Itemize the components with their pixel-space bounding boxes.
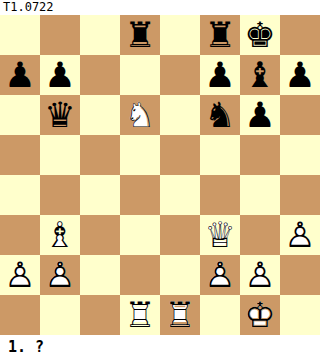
square-g7[interactable]: ♝ [240, 55, 280, 95]
square-b5[interactable] [40, 135, 80, 175]
square-g4[interactable] [240, 175, 280, 215]
piece-black-knight-f6: ♞ [200, 95, 240, 135]
square-d8[interactable]: ♜ [120, 15, 160, 55]
square-a1[interactable] [0, 295, 40, 335]
piece-black-pawn-a7: ♟ [0, 55, 40, 95]
piece-black-king-g8: ♚ [240, 15, 280, 55]
square-a7[interactable]: ♟ [0, 55, 40, 95]
square-f7[interactable]: ♟ [200, 55, 240, 95]
piece-black-bishop-g7: ♝ [240, 55, 280, 95]
square-h3[interactable]: ♟♙ [280, 215, 320, 255]
square-d7[interactable] [120, 55, 160, 95]
square-a6[interactable] [0, 95, 40, 135]
square-b3[interactable]: ♝♗ [40, 215, 80, 255]
square-f2[interactable]: ♟♙ [200, 255, 240, 295]
piece-black-pawn-f7: ♟ [200, 55, 240, 95]
piece-white-pawn-b2: ♟♙ [40, 255, 80, 295]
piece-white-rook-e1: ♜♖ [160, 295, 200, 335]
square-h5[interactable] [280, 135, 320, 175]
piece-outline: ♔ [240, 295, 280, 335]
piece-outline: ♙ [240, 255, 280, 295]
piece-outline: ♘ [120, 95, 160, 135]
square-h7[interactable]: ♟ [280, 55, 320, 95]
square-f3[interactable]: ♛♕ [200, 215, 240, 255]
square-c6[interactable] [80, 95, 120, 135]
square-g3[interactable] [240, 215, 280, 255]
square-d6[interactable]: ♞♘ [120, 95, 160, 135]
square-c4[interactable] [80, 175, 120, 215]
piece-white-queen-f3: ♛♕ [200, 215, 240, 255]
square-f8[interactable]: ♜ [200, 15, 240, 55]
piece-white-king-g1: ♚♔ [240, 295, 280, 335]
piece-glyph: ♟ [240, 95, 280, 135]
square-b2[interactable]: ♟♙ [40, 255, 80, 295]
piece-outline: ♖ [160, 295, 200, 335]
piece-black-rook-f8: ♜ [200, 15, 240, 55]
square-e5[interactable] [160, 135, 200, 175]
piece-outline: ♗ [40, 215, 80, 255]
piece-glyph: ♛ [40, 95, 80, 135]
square-d3[interactable] [120, 215, 160, 255]
square-a4[interactable] [0, 175, 40, 215]
square-e3[interactable] [160, 215, 200, 255]
piece-glyph: ♜ [120, 15, 160, 55]
square-b1[interactable] [40, 295, 80, 335]
piece-glyph: ♜ [200, 15, 240, 55]
square-c2[interactable] [80, 255, 120, 295]
puzzle-screen: T1.0722 ♜♜♚♟♟♟♝♟♛♞♘♞♟♝♗♛♕♟♙♟♙♟♙♟♙♟♙♜♖♜♖♚… [0, 0, 320, 360]
piece-outline: ♙ [0, 255, 40, 295]
piece-glyph: ♟ [0, 55, 40, 95]
piece-outline: ♕ [200, 215, 240, 255]
piece-glyph: ♝ [240, 55, 280, 95]
square-c3[interactable] [80, 215, 120, 255]
square-d1[interactable]: ♜♖ [120, 295, 160, 335]
piece-white-rook-d1: ♜♖ [120, 295, 160, 335]
square-g6[interactable]: ♟ [240, 95, 280, 135]
square-a5[interactable] [0, 135, 40, 175]
piece-glyph: ♞ [200, 95, 240, 135]
piece-white-bishop-b3: ♝♗ [40, 215, 80, 255]
square-c7[interactable] [80, 55, 120, 95]
square-g1[interactable]: ♚♔ [240, 295, 280, 335]
square-g8[interactable]: ♚ [240, 15, 280, 55]
square-e7[interactable] [160, 55, 200, 95]
piece-black-pawn-b7: ♟ [40, 55, 80, 95]
square-d5[interactable] [120, 135, 160, 175]
square-d4[interactable] [120, 175, 160, 215]
square-f6[interactable]: ♞ [200, 95, 240, 135]
piece-black-rook-d8: ♜ [120, 15, 160, 55]
piece-white-pawn-g2: ♟♙ [240, 255, 280, 295]
square-h1[interactable] [280, 295, 320, 335]
square-f4[interactable] [200, 175, 240, 215]
piece-black-queen-b6: ♛ [40, 95, 80, 135]
piece-black-pawn-h7: ♟ [280, 55, 320, 95]
piece-outline: ♙ [40, 255, 80, 295]
square-c1[interactable] [80, 295, 120, 335]
piece-black-pawn-g6: ♟ [240, 95, 280, 135]
chess-board: ♜♜♚♟♟♟♝♟♛♞♘♞♟♝♗♛♕♟♙♟♙♟♙♟♙♟♙♜♖♜♖♚♔ [0, 15, 320, 335]
square-e6[interactable] [160, 95, 200, 135]
square-e1[interactable]: ♜♖ [160, 295, 200, 335]
piece-white-pawn-h3: ♟♙ [280, 215, 320, 255]
piece-glyph: ♟ [40, 55, 80, 95]
square-b4[interactable] [40, 175, 80, 215]
square-h4[interactable] [280, 175, 320, 215]
piece-glyph: ♟ [200, 55, 240, 95]
puzzle-id: T1.0722 [0, 0, 320, 15]
square-e4[interactable] [160, 175, 200, 215]
piece-white-pawn-a2: ♟♙ [0, 255, 40, 295]
square-a8[interactable] [0, 15, 40, 55]
square-b8[interactable] [40, 15, 80, 55]
piece-white-knight-d6: ♞♘ [120, 95, 160, 135]
square-f1[interactable] [200, 295, 240, 335]
square-c8[interactable] [80, 15, 120, 55]
square-d2[interactable] [120, 255, 160, 295]
move-prompt: 1. ? [0, 335, 320, 360]
piece-outline: ♙ [200, 255, 240, 295]
piece-outline: ♙ [280, 215, 320, 255]
square-h6[interactable] [280, 95, 320, 135]
square-e2[interactable] [160, 255, 200, 295]
square-b7[interactable]: ♟ [40, 55, 80, 95]
square-e8[interactable] [160, 15, 200, 55]
square-c5[interactable] [80, 135, 120, 175]
square-b6[interactable]: ♛ [40, 95, 80, 135]
piece-white-pawn-f2: ♟♙ [200, 255, 240, 295]
piece-outline: ♖ [120, 295, 160, 335]
piece-glyph: ♟ [280, 55, 320, 95]
piece-glyph: ♚ [240, 15, 280, 55]
square-h2[interactable] [280, 255, 320, 295]
square-a3[interactable] [0, 215, 40, 255]
square-g2[interactable]: ♟♙ [240, 255, 280, 295]
square-h8[interactable] [280, 15, 320, 55]
square-a2[interactable]: ♟♙ [0, 255, 40, 295]
square-g5[interactable] [240, 135, 280, 175]
square-f5[interactable] [200, 135, 240, 175]
